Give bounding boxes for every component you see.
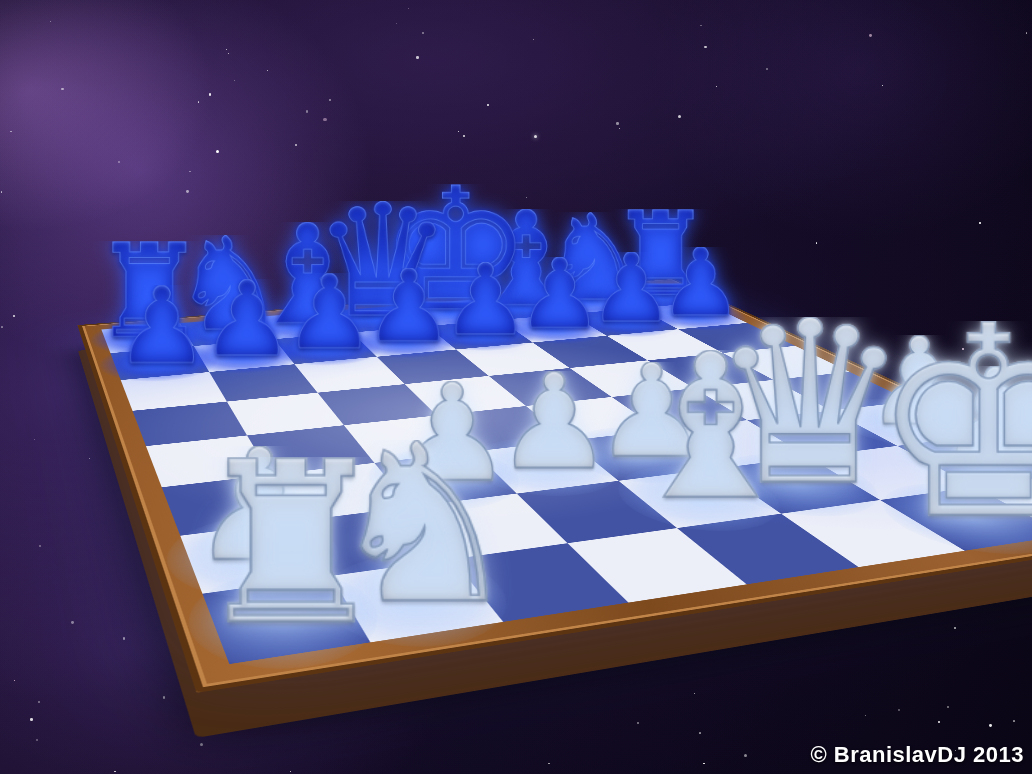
black-pawn-glyph: ♟: [24, 285, 299, 367]
watermark: © BranislavDJ 2013: [810, 742, 1024, 768]
piece-white-rook-a1: ♜: [202, 576, 370, 664]
white-rook-glyph: ♜: [67, 457, 513, 631]
white-king-glyph: ♚: [798, 320, 1032, 527]
scene: ♜♞♝♛♚♝♞♜♟♟♟♟♟♟♟♟♜♞♟♟♟♟♝♛♚♟♟ © BranislavD…: [0, 0, 1032, 774]
piece-black-pawn-a7: ♟: [110, 346, 209, 380]
piece-white-king-g1: ♚: [880, 487, 1032, 551]
piece-white-bishop-e2: ♝: [619, 469, 782, 528]
